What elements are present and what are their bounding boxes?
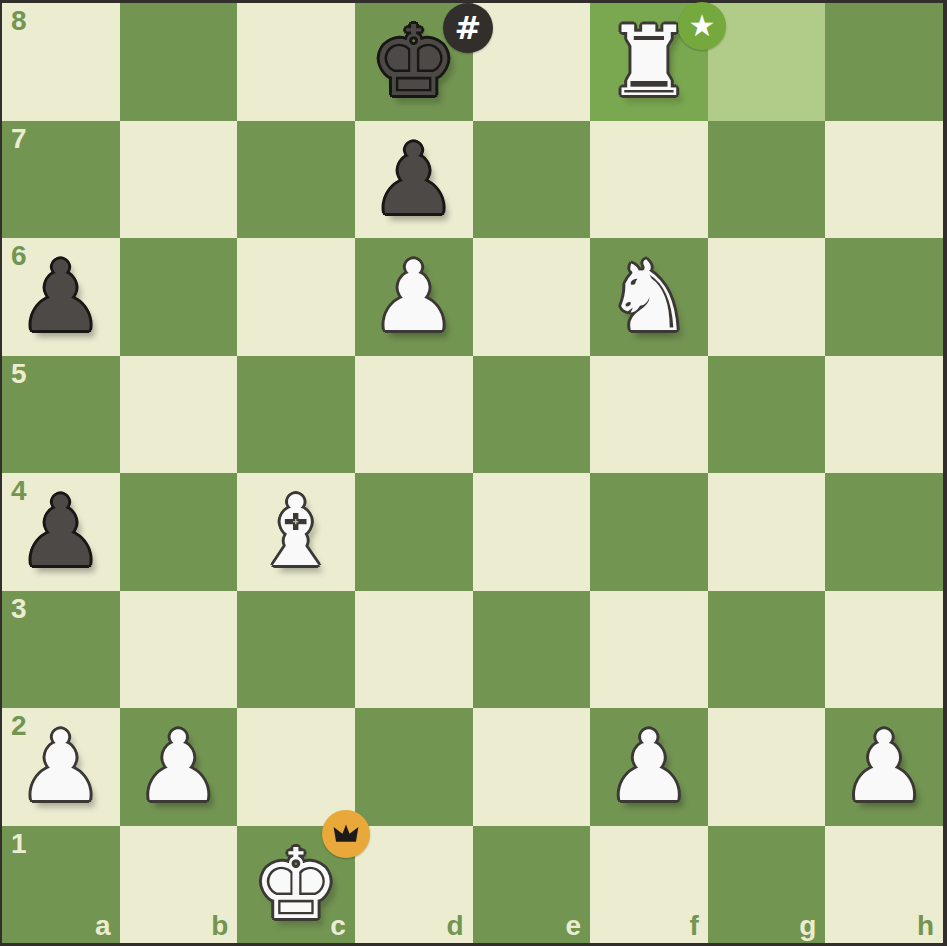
square-g3[interactable] (708, 591, 826, 709)
square-a3[interactable]: 3 (2, 591, 120, 709)
square-c3[interactable] (237, 591, 355, 709)
square-a4[interactable]: 4♟ (2, 473, 120, 591)
file-label-h: h (917, 912, 934, 940)
square-b6[interactable] (120, 238, 238, 356)
square-a2[interactable]: 2♟ (2, 708, 120, 826)
square-a5[interactable]: 5 (2, 356, 120, 474)
square-b8[interactable] (120, 3, 238, 121)
square-e4[interactable] (473, 473, 591, 591)
square-e7[interactable] (473, 121, 591, 239)
square-d5[interactable] (355, 356, 473, 474)
rank-label-8: 8 (11, 7, 27, 35)
square-h4[interactable] (825, 473, 943, 591)
square-d1[interactable]: d (355, 826, 473, 944)
square-d7[interactable]: ♟ (355, 121, 473, 239)
square-d4[interactable] (355, 473, 473, 591)
square-h6[interactable] (825, 238, 943, 356)
square-c7[interactable] (237, 121, 355, 239)
chess-board[interactable]: 8♚♜7♟6♟♟♞54♟♝32♟♟♟♟1abc♚defgh#★ (2, 3, 943, 943)
white-pawn[interactable]: ♟ (2, 708, 120, 826)
file-label-g: g (799, 912, 816, 940)
square-a7[interactable]: 7 (2, 121, 120, 239)
square-e1[interactable]: e (473, 826, 591, 944)
white-pawn[interactable]: ♟ (825, 708, 943, 826)
square-e5[interactable] (473, 356, 591, 474)
white-knight[interactable]: ♞ (590, 238, 708, 356)
square-d2[interactable] (355, 708, 473, 826)
square-g2[interactable] (708, 708, 826, 826)
square-h5[interactable] (825, 356, 943, 474)
game-window: 8♚♜7♟6♟♟♞54♟♝32♟♟♟♟1abc♚defgh#★ (0, 0, 947, 946)
checkmate-badge: # (443, 3, 493, 53)
white-pawn[interactable]: ♟ (590, 708, 708, 826)
black-pawn[interactable]: ♟ (2, 473, 120, 591)
square-f1[interactable]: f (590, 826, 708, 944)
square-c6[interactable] (237, 238, 355, 356)
square-e6[interactable] (473, 238, 591, 356)
rank-label-3: 3 (11, 595, 27, 623)
square-g4[interactable] (708, 473, 826, 591)
square-h1[interactable]: h (825, 826, 943, 944)
square-c8[interactable] (237, 3, 355, 121)
square-c5[interactable] (237, 356, 355, 474)
square-g5[interactable] (708, 356, 826, 474)
square-b1[interactable]: b (120, 826, 238, 944)
white-pawn[interactable]: ♟ (355, 238, 473, 356)
square-f7[interactable] (590, 121, 708, 239)
square-b4[interactable] (120, 473, 238, 591)
black-pawn[interactable]: ♟ (2, 238, 120, 356)
square-e2[interactable] (473, 708, 591, 826)
square-a6[interactable]: 6♟ (2, 238, 120, 356)
square-d3[interactable] (355, 591, 473, 709)
square-c2[interactable] (237, 708, 355, 826)
square-h7[interactable] (825, 121, 943, 239)
winner-badge (322, 810, 370, 858)
checkmate-hash-icon: # (455, 12, 482, 44)
square-c4[interactable]: ♝ (237, 473, 355, 591)
square-h2[interactable]: ♟ (825, 708, 943, 826)
square-a8[interactable]: 8 (2, 3, 120, 121)
star-icon: ★ (689, 11, 716, 41)
rank-label-5: 5 (11, 360, 27, 388)
file-label-e: e (566, 912, 582, 940)
square-h8[interactable] (825, 3, 943, 121)
square-g7[interactable] (708, 121, 826, 239)
square-b3[interactable] (120, 591, 238, 709)
crown-icon (329, 817, 363, 851)
square-h3[interactable] (825, 591, 943, 709)
file-label-a: a (95, 912, 111, 940)
best-move-badge: ★ (678, 2, 726, 50)
file-label-b: b (211, 912, 228, 940)
square-f3[interactable] (590, 591, 708, 709)
square-b5[interactable] (120, 356, 238, 474)
square-b7[interactable] (120, 121, 238, 239)
rank-label-7: 7 (11, 125, 27, 153)
square-f2[interactable]: ♟ (590, 708, 708, 826)
square-a1[interactable]: 1a (2, 826, 120, 944)
square-g1[interactable]: g (708, 826, 826, 944)
square-f6[interactable]: ♞ (590, 238, 708, 356)
square-g6[interactable] (708, 238, 826, 356)
file-label-d: d (446, 912, 463, 940)
square-f4[interactable] (590, 473, 708, 591)
file-label-f: f (689, 912, 698, 940)
black-pawn[interactable]: ♟ (355, 121, 473, 239)
square-f5[interactable] (590, 356, 708, 474)
white-bishop[interactable]: ♝ (237, 473, 355, 591)
rank-label-1: 1 (11, 830, 27, 858)
square-d6[interactable]: ♟ (355, 238, 473, 356)
white-pawn[interactable]: ♟ (120, 708, 238, 826)
square-e3[interactable] (473, 591, 591, 709)
square-b2[interactable]: ♟ (120, 708, 238, 826)
